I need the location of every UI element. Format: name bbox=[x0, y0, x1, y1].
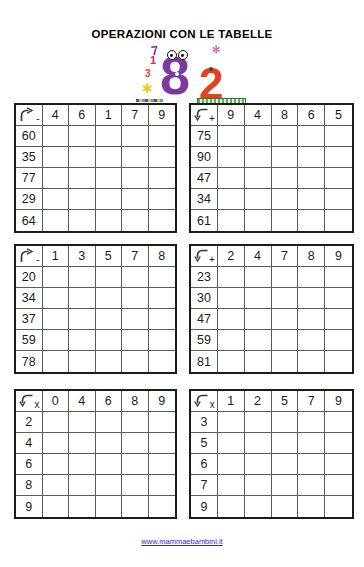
answer-cell bbox=[122, 189, 149, 210]
answer-cell bbox=[96, 210, 123, 231]
answer-cell bbox=[149, 168, 176, 189]
bent-arrow-icon bbox=[18, 393, 35, 408]
answer-cell bbox=[298, 168, 325, 189]
col-header-cell: 9 bbox=[325, 391, 352, 412]
operation-table-addition-1: +948657590473461 bbox=[189, 103, 354, 233]
col-header-cell: 1 bbox=[218, 391, 245, 412]
operation-sign: - bbox=[36, 113, 39, 124]
answer-cell bbox=[298, 210, 325, 231]
answer-cell bbox=[43, 475, 70, 496]
operation-table-multiplication-1: x0468924689 bbox=[14, 389, 177, 519]
answer-cell bbox=[298, 330, 325, 351]
col-header-cell: 8 bbox=[272, 105, 299, 126]
answer-cell bbox=[298, 454, 325, 475]
answer-cell bbox=[43, 126, 70, 147]
answer-cell bbox=[69, 309, 96, 330]
row-header-cell: 20 bbox=[16, 267, 43, 288]
answer-cell bbox=[43, 210, 70, 231]
decorated-number-3: 3 bbox=[145, 69, 151, 79]
answer-cell bbox=[96, 309, 123, 330]
bent-arrow-icon bbox=[193, 393, 210, 408]
col-header-cell: 7 bbox=[122, 246, 149, 267]
answer-cell bbox=[272, 288, 299, 309]
operation-sign: x bbox=[210, 399, 215, 410]
row-header-cell: 23 bbox=[191, 267, 218, 288]
white-dot bbox=[175, 84, 179, 88]
row-header-cell: 77 bbox=[16, 168, 43, 189]
col-header-cell: 8 bbox=[122, 391, 149, 412]
answer-cell bbox=[245, 168, 272, 189]
answer-cell bbox=[149, 351, 176, 372]
answer-cell bbox=[272, 210, 299, 231]
answer-cell bbox=[122, 454, 149, 475]
answer-cell bbox=[149, 147, 176, 168]
row-header-cell: 35 bbox=[16, 147, 43, 168]
answer-cell bbox=[298, 309, 325, 330]
answer-cell bbox=[298, 189, 325, 210]
answer-cell bbox=[298, 433, 325, 454]
small-eye-icon bbox=[209, 67, 213, 71]
answer-cell bbox=[218, 210, 245, 231]
answer-cell bbox=[149, 288, 176, 309]
answer-cell bbox=[245, 210, 272, 231]
operation-sign: + bbox=[209, 113, 215, 124]
answer-cell bbox=[218, 475, 245, 496]
answer-cell bbox=[43, 351, 70, 372]
answer-cell bbox=[96, 351, 123, 372]
decorated-number-1: 1 bbox=[150, 55, 156, 66]
answer-cell bbox=[122, 309, 149, 330]
answer-cell bbox=[272, 309, 299, 330]
answer-cell bbox=[272, 412, 299, 433]
answer-cell bbox=[325, 433, 352, 454]
answer-cell bbox=[96, 454, 123, 475]
answer-cell bbox=[122, 475, 149, 496]
answer-cell bbox=[69, 126, 96, 147]
answer-cell bbox=[149, 433, 176, 454]
answer-cell bbox=[272, 330, 299, 351]
row-header-cell: 59 bbox=[16, 330, 43, 351]
answer-cell bbox=[149, 475, 176, 496]
answer-cell bbox=[245, 330, 272, 351]
answer-cell bbox=[245, 475, 272, 496]
answer-cell bbox=[96, 496, 123, 517]
answer-cell bbox=[298, 126, 325, 147]
col-header-cell: 5 bbox=[272, 391, 299, 412]
answer-cell bbox=[69, 210, 96, 231]
corner-operation-cell: - bbox=[16, 105, 43, 126]
answer-cell bbox=[298, 412, 325, 433]
answer-cell bbox=[43, 189, 70, 210]
col-header-cell: 7 bbox=[298, 391, 325, 412]
answer-cell bbox=[298, 288, 325, 309]
answer-cell bbox=[43, 309, 70, 330]
footer-link[interactable]: www.mammaebambini.it bbox=[141, 537, 222, 546]
col-header-cell: 9 bbox=[218, 105, 245, 126]
col-header-cell: 9 bbox=[149, 105, 176, 126]
answer-cell bbox=[149, 189, 176, 210]
answer-cell bbox=[96, 189, 123, 210]
row-header-cell: 7 bbox=[191, 475, 218, 496]
row-header-cell: 8 bbox=[16, 475, 43, 496]
answer-cell bbox=[245, 126, 272, 147]
answer-cell bbox=[69, 288, 96, 309]
answer-cell bbox=[69, 189, 96, 210]
answer-cell bbox=[96, 267, 123, 288]
answer-cell bbox=[69, 454, 96, 475]
answer-cell bbox=[272, 433, 299, 454]
answer-cell bbox=[96, 330, 123, 351]
answer-cell bbox=[272, 475, 299, 496]
col-header-cell: 8 bbox=[298, 246, 325, 267]
answer-cell bbox=[69, 168, 96, 189]
answer-cell bbox=[149, 496, 176, 517]
row-header-cell: 47 bbox=[191, 168, 218, 189]
answer-cell bbox=[325, 309, 352, 330]
answer-cell bbox=[149, 454, 176, 475]
col-header-cell: 7 bbox=[272, 246, 299, 267]
row-header-cell: 9 bbox=[191, 496, 218, 517]
answer-cell bbox=[298, 496, 325, 517]
answer-cell bbox=[325, 288, 352, 309]
col-header-cell: 1 bbox=[96, 105, 123, 126]
col-header-cell: 1 bbox=[43, 246, 70, 267]
answer-cell bbox=[245, 147, 272, 168]
answer-cell bbox=[218, 288, 245, 309]
answer-cell bbox=[43, 330, 70, 351]
header-illustration: 7 1 3 ✱ ✻ 8 2 bbox=[0, 40, 364, 104]
answer-cell bbox=[245, 309, 272, 330]
answer-cell bbox=[325, 454, 352, 475]
answer-cell bbox=[298, 475, 325, 496]
answer-cell bbox=[325, 267, 352, 288]
answer-cell bbox=[43, 267, 70, 288]
answer-cell bbox=[149, 330, 176, 351]
operation-sign: x bbox=[35, 399, 40, 410]
operation-table-subtraction-2: -135782034375978 bbox=[14, 244, 177, 374]
answer-cell bbox=[96, 147, 123, 168]
corner-operation-cell: + bbox=[191, 105, 218, 126]
answer-cell bbox=[325, 351, 352, 372]
answer-cell bbox=[149, 267, 176, 288]
answer-cell bbox=[122, 496, 149, 517]
footer: www.mammaebambini.it bbox=[0, 530, 364, 548]
col-header-cell: 4 bbox=[245, 246, 272, 267]
answer-cell bbox=[43, 168, 70, 189]
answer-cell bbox=[218, 351, 245, 372]
answer-cell bbox=[218, 433, 245, 454]
col-header-cell: 5 bbox=[96, 246, 123, 267]
row-header-cell: 6 bbox=[191, 454, 218, 475]
answer-cell bbox=[325, 147, 352, 168]
answer-cell bbox=[245, 351, 272, 372]
col-header-cell: 2 bbox=[218, 246, 245, 267]
page-title: OPERAZIONI CON LE TABELLE bbox=[0, 28, 364, 40]
answer-cell bbox=[325, 210, 352, 231]
answer-cell bbox=[122, 267, 149, 288]
answer-cell bbox=[43, 454, 70, 475]
row-header-cell: 6 bbox=[16, 454, 43, 475]
answer-cell bbox=[69, 330, 96, 351]
answer-cell bbox=[245, 496, 272, 517]
answer-cell bbox=[272, 267, 299, 288]
answer-cell bbox=[325, 475, 352, 496]
col-header-cell: 7 bbox=[122, 105, 149, 126]
answer-cell bbox=[218, 330, 245, 351]
row-header-cell: 2 bbox=[16, 412, 43, 433]
row-header-cell: 47 bbox=[191, 309, 218, 330]
corner-operation-cell: + bbox=[191, 246, 218, 267]
answer-cell bbox=[96, 168, 123, 189]
col-header-cell: 5 bbox=[325, 105, 352, 126]
googly-eye-icon bbox=[178, 50, 188, 60]
answer-cell bbox=[272, 189, 299, 210]
col-header-cell: 9 bbox=[325, 246, 352, 267]
col-header-cell: 4 bbox=[245, 105, 272, 126]
answer-cell bbox=[272, 454, 299, 475]
operation-table-addition-2: +247892330475981 bbox=[189, 244, 354, 374]
row-header-cell: 3 bbox=[191, 412, 218, 433]
answer-cell bbox=[218, 168, 245, 189]
answer-cell bbox=[218, 309, 245, 330]
answer-cell bbox=[69, 267, 96, 288]
answer-cell bbox=[325, 412, 352, 433]
corner-operation-cell: - bbox=[16, 246, 43, 267]
answer-cell bbox=[69, 496, 96, 517]
answer-cell bbox=[325, 189, 352, 210]
answer-cell bbox=[272, 168, 299, 189]
answer-cell bbox=[69, 433, 96, 454]
answer-cell bbox=[245, 412, 272, 433]
operation-table-subtraction-1: -461796035772964 bbox=[14, 103, 177, 233]
answer-cell bbox=[325, 330, 352, 351]
answer-cell bbox=[96, 412, 123, 433]
answer-cell bbox=[122, 330, 149, 351]
row-header-cell: 4 bbox=[16, 433, 43, 454]
answer-cell bbox=[149, 126, 176, 147]
dragonfly-sparkle-icon: ✻ bbox=[212, 45, 220, 55]
answer-cell bbox=[218, 496, 245, 517]
row-header-cell: 81 bbox=[191, 351, 218, 372]
answer-cell bbox=[272, 147, 299, 168]
row-header-cell: 90 bbox=[191, 147, 218, 168]
answer-cell bbox=[43, 288, 70, 309]
answer-cell bbox=[272, 351, 299, 372]
answer-cell bbox=[218, 412, 245, 433]
answer-cell bbox=[218, 126, 245, 147]
googly-eye-icon bbox=[167, 50, 177, 60]
answer-cell bbox=[96, 288, 123, 309]
answer-cell bbox=[69, 412, 96, 433]
answer-cell bbox=[272, 126, 299, 147]
row-header-cell: 5 bbox=[191, 433, 218, 454]
answer-cell bbox=[245, 433, 272, 454]
answer-cell bbox=[122, 433, 149, 454]
corner-operation-cell: x bbox=[191, 391, 218, 412]
row-header-cell: 60 bbox=[16, 126, 43, 147]
col-header-cell: 0 bbox=[43, 391, 70, 412]
star-icon: ✱ bbox=[142, 82, 153, 95]
answer-cell bbox=[69, 351, 96, 372]
answer-cell bbox=[122, 147, 149, 168]
answer-cell bbox=[325, 496, 352, 517]
col-header-cell: 6 bbox=[96, 391, 123, 412]
answer-cell bbox=[43, 147, 70, 168]
answer-cell bbox=[245, 267, 272, 288]
answer-cell bbox=[122, 210, 149, 231]
answer-cell bbox=[96, 126, 123, 147]
answer-cell bbox=[325, 126, 352, 147]
white-dot bbox=[175, 72, 179, 76]
answer-cell bbox=[149, 210, 176, 231]
col-header-cell: 8 bbox=[149, 246, 176, 267]
row-header-cell: 61 bbox=[191, 210, 218, 231]
corner-operation-cell: x bbox=[16, 391, 43, 412]
answer-cell bbox=[149, 309, 176, 330]
answer-cell bbox=[218, 454, 245, 475]
operation-sign: + bbox=[209, 254, 215, 265]
answer-cell bbox=[298, 351, 325, 372]
answer-cell bbox=[298, 267, 325, 288]
answer-cell bbox=[122, 168, 149, 189]
col-header-cell: 2 bbox=[245, 391, 272, 412]
col-header-cell: 9 bbox=[149, 391, 176, 412]
row-header-cell: 29 bbox=[16, 189, 43, 210]
answer-cell bbox=[122, 412, 149, 433]
answer-cell bbox=[69, 475, 96, 496]
decorated-number-8-group: 8 bbox=[160, 48, 200, 104]
row-header-cell: 37 bbox=[16, 309, 43, 330]
curved-arrow-icon bbox=[18, 107, 35, 122]
row-header-cell: 75 bbox=[191, 126, 218, 147]
col-header-cell: 4 bbox=[43, 105, 70, 126]
row-header-cell: 9 bbox=[16, 496, 43, 517]
answer-cell bbox=[43, 412, 70, 433]
answer-cell bbox=[218, 147, 245, 168]
answer-cell bbox=[245, 454, 272, 475]
answer-cell bbox=[272, 496, 299, 517]
answer-cell bbox=[218, 267, 245, 288]
answer-cell bbox=[69, 147, 96, 168]
answer-cell bbox=[245, 288, 272, 309]
answer-cell bbox=[43, 496, 70, 517]
bent-arrow-icon bbox=[193, 107, 210, 122]
row-header-cell: 59 bbox=[191, 330, 218, 351]
answer-cell bbox=[325, 168, 352, 189]
curved-arrow-icon bbox=[18, 248, 35, 263]
row-header-cell: 78 bbox=[16, 351, 43, 372]
answer-cell bbox=[298, 147, 325, 168]
colored-dashes bbox=[136, 99, 163, 102]
row-header-cell: 34 bbox=[191, 189, 218, 210]
row-header-cell: 34 bbox=[16, 288, 43, 309]
answer-cell bbox=[122, 126, 149, 147]
answer-cell bbox=[96, 433, 123, 454]
col-header-cell: 4 bbox=[69, 391, 96, 412]
operation-sign: - bbox=[36, 254, 39, 265]
answer-cell bbox=[122, 288, 149, 309]
col-header-cell: 3 bbox=[69, 246, 96, 267]
col-header-cell: 6 bbox=[69, 105, 96, 126]
answer-cell bbox=[43, 433, 70, 454]
answer-cell bbox=[218, 189, 245, 210]
col-header-cell: 6 bbox=[298, 105, 325, 126]
answer-cell bbox=[245, 189, 272, 210]
row-header-cell: 64 bbox=[16, 210, 43, 231]
worksheet-page: OPERAZIONI CON LE TABELLE 7 1 3 ✱ ✻ 8 2 … bbox=[0, 0, 364, 567]
answer-cell bbox=[122, 351, 149, 372]
answer-cell bbox=[149, 412, 176, 433]
row-header-cell: 30 bbox=[191, 288, 218, 309]
answer-cell bbox=[96, 475, 123, 496]
bent-arrow-icon bbox=[193, 248, 210, 263]
operation-table-multiplication-2: x1257935679 bbox=[189, 389, 354, 519]
